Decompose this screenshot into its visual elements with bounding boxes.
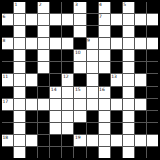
clue-number: 3 bbox=[75, 2, 78, 7]
clue-number: 15 bbox=[75, 87, 81, 92]
white-cell[interactable] bbox=[123, 111, 134, 122]
black-cell bbox=[87, 123, 98, 134]
clue-number: 12 bbox=[63, 74, 69, 79]
white-cell[interactable] bbox=[74, 111, 85, 122]
black-cell bbox=[99, 74, 110, 85]
black-cell bbox=[111, 62, 122, 73]
white-cell[interactable] bbox=[50, 38, 61, 49]
white-cell[interactable] bbox=[14, 87, 25, 98]
white-cell[interactable]: 4 bbox=[99, 2, 110, 13]
white-cell[interactable] bbox=[87, 50, 98, 61]
crossword-page: 12345678910111213141516171819 bbox=[0, 0, 160, 160]
black-cell bbox=[38, 135, 49, 146]
black-cell bbox=[26, 123, 37, 134]
black-cell bbox=[38, 74, 49, 85]
black-cell bbox=[147, 74, 158, 85]
white-cell[interactable] bbox=[62, 87, 73, 98]
clue-number: 18 bbox=[3, 135, 9, 140]
white-cell[interactable] bbox=[14, 74, 25, 85]
white-cell[interactable] bbox=[123, 87, 134, 98]
white-cell[interactable] bbox=[14, 135, 25, 146]
white-cell[interactable]: 2 bbox=[38, 2, 49, 13]
clue-number: 8 bbox=[3, 38, 6, 43]
black-cell bbox=[135, 147, 146, 158]
white-cell[interactable] bbox=[87, 135, 98, 146]
crossword-board: 12345678910111213141516171819 bbox=[0, 0, 160, 160]
white-cell[interactable] bbox=[87, 74, 98, 85]
white-cell[interactable] bbox=[38, 50, 49, 61]
white-cell[interactable] bbox=[74, 26, 85, 37]
white-cell[interactable] bbox=[123, 38, 134, 49]
black-cell bbox=[135, 111, 146, 122]
clue-number: 4 bbox=[99, 2, 102, 7]
white-cell[interactable] bbox=[123, 50, 134, 61]
black-cell bbox=[147, 2, 158, 13]
white-cell[interactable] bbox=[62, 14, 73, 25]
black-cell bbox=[147, 87, 158, 98]
black-cell bbox=[2, 26, 13, 37]
black-cell bbox=[2, 50, 13, 61]
black-cell bbox=[87, 147, 98, 158]
clue-number: 13 bbox=[111, 74, 117, 79]
black-cell bbox=[62, 62, 73, 73]
black-cell bbox=[26, 2, 37, 13]
white-cell[interactable]: 16 bbox=[99, 87, 110, 98]
black-cell bbox=[111, 50, 122, 61]
white-cell[interactable] bbox=[135, 38, 146, 49]
clue-number: 2 bbox=[39, 2, 42, 7]
white-cell[interactable] bbox=[74, 62, 85, 73]
white-cell[interactable]: 8 bbox=[2, 38, 13, 49]
white-cell[interactable] bbox=[87, 62, 98, 73]
white-cell[interactable]: 7 bbox=[99, 14, 110, 25]
white-cell[interactable]: 13 bbox=[111, 74, 122, 85]
white-cell[interactable] bbox=[74, 99, 85, 110]
clue-number: 14 bbox=[51, 87, 57, 92]
white-cell[interactable] bbox=[26, 74, 37, 85]
black-cell bbox=[26, 87, 37, 98]
white-cell[interactable]: 3 bbox=[74, 2, 85, 13]
black-cell bbox=[26, 62, 37, 73]
white-cell[interactable]: 9 bbox=[87, 38, 98, 49]
black-cell bbox=[38, 147, 49, 158]
clue-number: 19 bbox=[75, 135, 81, 140]
white-cell[interactable] bbox=[87, 99, 98, 110]
white-cell[interactable] bbox=[111, 14, 122, 25]
white-cell[interactable] bbox=[14, 123, 25, 134]
white-cell[interactable]: 10 bbox=[74, 50, 85, 61]
white-cell[interactable] bbox=[62, 111, 73, 122]
white-cell[interactable] bbox=[87, 87, 98, 98]
white-cell[interactable]: 6 bbox=[2, 14, 13, 25]
white-cell[interactable] bbox=[123, 123, 134, 134]
clue-number: 16 bbox=[99, 87, 105, 92]
clue-number: 9 bbox=[87, 38, 90, 43]
white-cell[interactable]: 17 bbox=[2, 99, 13, 110]
black-cell bbox=[135, 2, 146, 13]
clue-number: 1 bbox=[15, 2, 18, 7]
black-cell bbox=[147, 99, 158, 110]
black-cell bbox=[50, 50, 61, 61]
white-cell[interactable] bbox=[62, 123, 73, 134]
black-cell bbox=[74, 74, 85, 85]
white-cell[interactable] bbox=[14, 62, 25, 73]
clue-number: 5 bbox=[123, 2, 126, 7]
black-cell bbox=[135, 123, 146, 134]
white-cell[interactable] bbox=[14, 38, 25, 49]
white-cell[interactable]: 19 bbox=[74, 135, 85, 146]
white-cell[interactable] bbox=[135, 74, 146, 85]
white-cell[interactable] bbox=[111, 135, 122, 146]
white-cell[interactable] bbox=[62, 99, 73, 110]
black-cell bbox=[74, 147, 85, 158]
white-cell[interactable] bbox=[50, 111, 61, 122]
black-cell bbox=[50, 135, 61, 146]
white-cell[interactable] bbox=[99, 111, 110, 122]
white-cell[interactable] bbox=[38, 14, 49, 25]
white-cell[interactable] bbox=[14, 99, 25, 110]
black-cell bbox=[111, 26, 122, 37]
white-cell[interactable] bbox=[123, 135, 134, 146]
clue-number: 10 bbox=[75, 50, 81, 55]
black-cell bbox=[74, 38, 85, 49]
white-cell[interactable] bbox=[38, 38, 49, 49]
white-cell[interactable] bbox=[147, 14, 158, 25]
black-cell bbox=[2, 123, 13, 134]
black-cell bbox=[62, 135, 73, 146]
black-cell bbox=[87, 111, 98, 122]
white-cell[interactable] bbox=[38, 62, 49, 73]
white-cell[interactable] bbox=[123, 147, 134, 158]
black-cell bbox=[2, 87, 13, 98]
black-cell bbox=[135, 50, 146, 61]
black-cell bbox=[2, 111, 13, 122]
white-cell[interactable] bbox=[14, 147, 25, 158]
clue-number: 17 bbox=[3, 99, 9, 104]
white-cell[interactable]: 18 bbox=[2, 135, 13, 146]
white-cell[interactable]: 5 bbox=[123, 2, 134, 13]
black-cell bbox=[38, 111, 49, 122]
black-cell bbox=[26, 26, 37, 37]
white-cell[interactable] bbox=[111, 99, 122, 110]
black-cell bbox=[26, 147, 37, 158]
black-cell bbox=[147, 62, 158, 73]
white-cell[interactable] bbox=[99, 123, 110, 134]
white-cell[interactable] bbox=[26, 14, 37, 25]
white-cell[interactable] bbox=[135, 99, 146, 110]
black-cell bbox=[135, 87, 146, 98]
white-cell[interactable] bbox=[50, 14, 61, 25]
black-cell bbox=[50, 147, 61, 158]
black-cell bbox=[62, 50, 73, 61]
white-cell[interactable] bbox=[111, 38, 122, 49]
black-cell bbox=[2, 2, 13, 13]
white-cell[interactable]: 12 bbox=[62, 74, 73, 85]
white-cell[interactable] bbox=[62, 38, 73, 49]
black-cell bbox=[50, 2, 61, 13]
black-cell bbox=[26, 50, 37, 61]
white-cell[interactable] bbox=[26, 99, 37, 110]
white-cell[interactable] bbox=[38, 26, 49, 37]
white-cell[interactable] bbox=[99, 62, 110, 73]
black-cell bbox=[147, 111, 158, 122]
white-cell[interactable] bbox=[123, 62, 134, 73]
white-cell[interactable] bbox=[26, 135, 37, 146]
black-cell bbox=[38, 123, 49, 134]
white-cell[interactable]: 14 bbox=[50, 87, 61, 98]
black-cell bbox=[147, 26, 158, 37]
white-cell[interactable] bbox=[147, 135, 158, 146]
black-cell bbox=[111, 147, 122, 158]
clue-number: 7 bbox=[99, 14, 102, 19]
white-cell[interactable] bbox=[123, 14, 134, 25]
white-cell[interactable] bbox=[135, 14, 146, 25]
black-cell bbox=[87, 2, 98, 13]
black-cell bbox=[38, 87, 49, 98]
black-cell bbox=[111, 2, 122, 13]
white-cell[interactable] bbox=[135, 135, 146, 146]
white-cell[interactable] bbox=[99, 50, 110, 61]
white-cell[interactable] bbox=[50, 99, 61, 110]
white-cell[interactable] bbox=[123, 74, 134, 85]
white-cell[interactable] bbox=[38, 99, 49, 110]
white-cell[interactable] bbox=[14, 111, 25, 122]
white-cell[interactable]: 15 bbox=[74, 87, 85, 98]
black-cell bbox=[111, 123, 122, 134]
black-cell bbox=[50, 26, 61, 37]
white-cell[interactable] bbox=[147, 38, 158, 49]
white-cell[interactable] bbox=[26, 38, 37, 49]
black-cell bbox=[50, 62, 61, 73]
black-cell bbox=[147, 123, 158, 134]
white-cell[interactable] bbox=[74, 14, 85, 25]
black-cell bbox=[2, 62, 13, 73]
white-cell[interactable]: 1 bbox=[14, 2, 25, 13]
black-cell bbox=[87, 14, 98, 25]
black-cell bbox=[111, 87, 122, 98]
black-cell bbox=[147, 147, 158, 158]
white-cell[interactable] bbox=[123, 26, 134, 37]
black-cell bbox=[50, 74, 61, 85]
clue-number: 6 bbox=[3, 14, 6, 19]
black-cell bbox=[111, 111, 122, 122]
black-cell bbox=[135, 26, 146, 37]
white-cell[interactable] bbox=[14, 26, 25, 37]
white-cell[interactable] bbox=[99, 135, 110, 146]
white-cell[interactable] bbox=[123, 99, 134, 110]
white-cell[interactable] bbox=[99, 26, 110, 37]
white-cell[interactable] bbox=[99, 147, 110, 158]
white-cell[interactable]: 11 bbox=[2, 74, 13, 85]
white-cell[interactable] bbox=[14, 14, 25, 25]
black-cell bbox=[74, 123, 85, 134]
black-cell bbox=[147, 50, 158, 61]
clue-number: 11 bbox=[3, 74, 9, 79]
black-cell bbox=[135, 62, 146, 73]
black-cell bbox=[2, 147, 13, 158]
black-cell bbox=[26, 111, 37, 122]
white-cell[interactable] bbox=[14, 50, 25, 61]
white-cell[interactable] bbox=[50, 123, 61, 134]
white-cell[interactable] bbox=[99, 99, 110, 110]
white-cell[interactable] bbox=[99, 38, 110, 49]
black-cell bbox=[62, 147, 73, 158]
black-cell bbox=[87, 26, 98, 37]
black-cell bbox=[62, 26, 73, 37]
black-cell bbox=[62, 2, 73, 13]
